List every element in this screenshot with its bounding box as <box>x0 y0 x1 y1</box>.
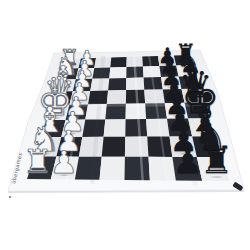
pieces-layer: ♜♟♟♜♞♟♟♞♝♟♟♝♛♟♟♛♚♟♟♚♝♟♟♝♞♟♟♞♜♟♟♜ <box>0 0 250 250</box>
product-photo-stage: ♜♟♟♜♞♟♟♞♝♟♟♝♛♟♟♛♚♟♟♚♝♟♟♝♞♟♟♞♜♟♟♜ übergam… <box>0 0 250 250</box>
piece-black-pawn[interactable]: ♟ <box>173 146 203 180</box>
piece-black-rook[interactable]: ♜ <box>200 142 234 180</box>
mat-corner-dot <box>9 196 11 198</box>
piece-white-rook[interactable]: ♜ <box>23 145 53 178</box>
piece-white-pawn[interactable]: ♟ <box>50 147 78 178</box>
